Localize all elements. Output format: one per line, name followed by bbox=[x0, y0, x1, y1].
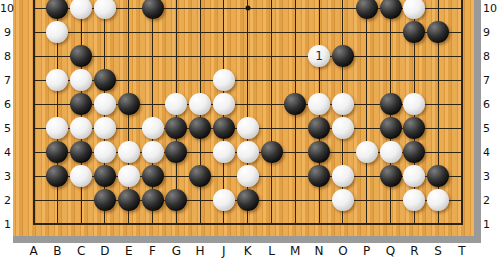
column-label-P: P bbox=[355, 244, 379, 258]
white-stone-D5 bbox=[94, 117, 116, 139]
row-label-left-6: 6 bbox=[0, 98, 11, 111]
white-stone-O2 bbox=[332, 189, 354, 211]
column-label-Q: Q bbox=[379, 244, 403, 258]
black-stone-Q5 bbox=[380, 117, 402, 139]
row-label-left-8: 8 bbox=[0, 50, 11, 63]
grid-line-vertical bbox=[271, 0, 272, 225]
column-label-L: L bbox=[260, 244, 284, 258]
grid-line-vertical bbox=[366, 0, 367, 225]
black-stone-K2 bbox=[237, 189, 259, 211]
white-stone-P4 bbox=[356, 141, 378, 163]
white-stone-H6 bbox=[189, 93, 211, 115]
column-label-B: B bbox=[45, 244, 69, 258]
black-stone-N5 bbox=[308, 117, 330, 139]
white-stone-N8: 1 bbox=[308, 45, 330, 67]
row-label-right-7: 7 bbox=[483, 74, 499, 87]
black-stone-H5 bbox=[189, 117, 211, 139]
white-stone-F4 bbox=[142, 141, 164, 163]
white-stone-E4 bbox=[118, 141, 140, 163]
white-stone-Q4 bbox=[380, 141, 402, 163]
row-label-left-9: 9 bbox=[0, 26, 11, 39]
column-label-G: G bbox=[164, 244, 188, 258]
black-stone-B3 bbox=[46, 165, 68, 187]
white-stone-J4 bbox=[213, 141, 235, 163]
black-stone-N4 bbox=[308, 141, 330, 163]
column-label-J: J bbox=[212, 244, 236, 258]
white-stone-D4 bbox=[94, 141, 116, 163]
row-label-left-10: 10 bbox=[0, 2, 11, 15]
white-stone-B9 bbox=[46, 21, 68, 43]
white-stone-R6 bbox=[403, 93, 425, 115]
white-stone-C3 bbox=[70, 165, 92, 187]
black-stone-D7 bbox=[94, 69, 116, 91]
row-label-left-3: 3 bbox=[0, 170, 11, 183]
black-stone-C8 bbox=[70, 45, 92, 67]
black-stone-E6 bbox=[118, 93, 140, 115]
move-number-label: 1 bbox=[315, 50, 323, 62]
white-stone-J6 bbox=[213, 93, 235, 115]
black-stone-R4 bbox=[403, 141, 425, 163]
black-stone-D2 bbox=[94, 189, 116, 211]
white-stone-N6 bbox=[308, 93, 330, 115]
grid-line-horizontal bbox=[33, 56, 463, 57]
white-stone-F5 bbox=[142, 117, 164, 139]
black-stone-F3 bbox=[142, 165, 164, 187]
white-stone-O3 bbox=[332, 165, 354, 187]
black-stone-J5 bbox=[213, 117, 235, 139]
go-game-viewport: 1 ABCDEFGHJKLMNOPQRST1098765432110987654… bbox=[0, 0, 500, 260]
white-stone-J7 bbox=[213, 69, 235, 91]
black-stone-Q6 bbox=[380, 93, 402, 115]
column-label-R: R bbox=[402, 244, 426, 258]
black-stone-D3 bbox=[94, 165, 116, 187]
column-label-F: F bbox=[141, 244, 165, 258]
white-stone-G6 bbox=[165, 93, 187, 115]
grid-line-horizontal bbox=[33, 223, 463, 225]
black-stone-B4 bbox=[46, 141, 68, 163]
grid-line-horizontal bbox=[33, 32, 463, 33]
black-stone-S9 bbox=[427, 21, 449, 43]
grid-line-vertical bbox=[33, 0, 35, 225]
white-stone-K5 bbox=[237, 117, 259, 139]
board-edge-shadow-bottom bbox=[13, 236, 481, 243]
row-label-left-1: 1 bbox=[0, 218, 11, 231]
row-label-right-4: 4 bbox=[483, 146, 499, 159]
grid-line-vertical bbox=[461, 0, 463, 225]
white-stone-D6 bbox=[94, 93, 116, 115]
row-label-right-3: 3 bbox=[483, 170, 499, 183]
black-stone-S3 bbox=[427, 165, 449, 187]
column-label-M: M bbox=[283, 244, 307, 258]
row-label-right-6: 6 bbox=[483, 98, 499, 111]
column-label-K: K bbox=[236, 244, 260, 258]
white-stone-E3 bbox=[118, 165, 140, 187]
black-stone-M6 bbox=[284, 93, 306, 115]
black-stone-C6 bbox=[70, 93, 92, 115]
black-stone-O8 bbox=[332, 45, 354, 67]
white-stone-C5 bbox=[70, 117, 92, 139]
row-label-right-9: 9 bbox=[483, 26, 499, 39]
star-point bbox=[245, 6, 250, 11]
column-label-N: N bbox=[307, 244, 331, 258]
white-stone-B5 bbox=[46, 117, 68, 139]
white-stone-B7 bbox=[46, 69, 68, 91]
black-stone-G4 bbox=[165, 141, 187, 163]
black-stone-E2 bbox=[118, 189, 140, 211]
black-stone-R9 bbox=[403, 21, 425, 43]
black-stone-L4 bbox=[261, 141, 283, 163]
row-label-right-10: 10 bbox=[483, 2, 499, 15]
column-label-S: S bbox=[426, 244, 450, 258]
row-label-left-2: 2 bbox=[0, 194, 11, 207]
white-stone-J2 bbox=[213, 189, 235, 211]
column-label-O: O bbox=[331, 244, 355, 258]
column-label-T: T bbox=[450, 244, 474, 258]
white-stone-R2 bbox=[403, 189, 425, 211]
row-label-right-2: 2 bbox=[483, 194, 499, 207]
white-stone-O5 bbox=[332, 117, 354, 139]
row-label-left-5: 5 bbox=[0, 122, 11, 135]
column-label-C: C bbox=[69, 244, 93, 258]
black-stone-C4 bbox=[70, 141, 92, 163]
black-stone-G5 bbox=[165, 117, 187, 139]
column-label-A: A bbox=[22, 244, 46, 258]
board-edge-shadow-right bbox=[474, 0, 481, 243]
white-stone-K3 bbox=[237, 165, 259, 187]
row-label-left-7: 7 bbox=[0, 74, 11, 87]
white-stone-C7 bbox=[70, 69, 92, 91]
black-stone-Q3 bbox=[380, 165, 402, 187]
row-label-right-5: 5 bbox=[483, 122, 499, 135]
black-stone-R5 bbox=[403, 117, 425, 139]
column-label-H: H bbox=[188, 244, 212, 258]
row-label-left-4: 4 bbox=[0, 146, 11, 159]
black-stone-F2 bbox=[142, 189, 164, 211]
white-stone-S2 bbox=[427, 189, 449, 211]
black-stone-H3 bbox=[189, 165, 211, 187]
black-stone-G2 bbox=[165, 189, 187, 211]
black-stone-N3 bbox=[308, 165, 330, 187]
white-stone-K4 bbox=[237, 141, 259, 163]
column-label-E: E bbox=[117, 244, 141, 258]
white-stone-R3 bbox=[403, 165, 425, 187]
row-label-right-1: 1 bbox=[483, 218, 499, 231]
white-stone-O6 bbox=[332, 93, 354, 115]
row-label-right-8: 8 bbox=[483, 50, 499, 63]
column-label-D: D bbox=[93, 244, 117, 258]
